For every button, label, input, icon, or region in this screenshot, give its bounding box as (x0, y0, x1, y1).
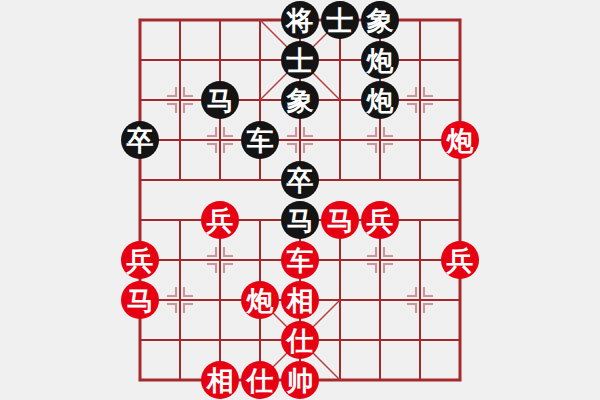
board-point: 炮 (240, 280, 280, 320)
board-point: 车 (240, 120, 280, 160)
piece-red-advisor[interactable]: 仕 (241, 361, 279, 399)
piece-black-advisor[interactable]: 士 (321, 1, 359, 39)
piece-red-elephant[interactable]: 相 (281, 281, 319, 319)
board-point: 象 (360, 0, 400, 40)
board-point: 兵 (120, 240, 160, 280)
piece-red-soldier[interactable]: 兵 (441, 241, 479, 279)
piece-black-elephant[interactable]: 象 (281, 81, 319, 119)
piece-red-chariot[interactable]: 车 (281, 241, 319, 279)
board-point: 马 (280, 200, 320, 240)
piece-black-elephant[interactable]: 象 (361, 1, 399, 39)
piece-black-horse[interactable]: 马 (281, 201, 319, 239)
piece-red-advisor[interactable]: 仕 (281, 321, 319, 359)
board-point: 帅 (280, 360, 320, 400)
board-point: 马 (200, 80, 240, 120)
piece-black-soldier[interactable]: 卒 (121, 121, 159, 159)
piece-black-chariot[interactable]: 车 (241, 121, 279, 159)
board-point: 炮 (360, 40, 400, 80)
piece-red-cannon[interactable]: 炮 (441, 121, 479, 159)
board-point: 士 (280, 40, 320, 80)
piece-black-general[interactable]: 将 (281, 1, 319, 39)
piece-red-horse[interactable]: 马 (121, 281, 159, 319)
board-point: 士 (320, 0, 360, 40)
piece-red-cannon[interactable]: 炮 (241, 281, 279, 319)
piece-black-horse[interactable]: 马 (201, 81, 239, 119)
board-point: 将 (280, 0, 320, 40)
piece-red-soldier[interactable]: 兵 (361, 201, 399, 239)
board-point: 象 (280, 80, 320, 120)
board-point: 卒 (120, 120, 160, 160)
board-point: 炮 (440, 120, 480, 160)
board-point: 马 (320, 200, 360, 240)
piece-black-cannon[interactable]: 炮 (361, 81, 399, 119)
app-background: 将士象士炮马象炮卒车炮卒兵马马兵兵车兵马炮相仕相仕帅 (0, 0, 600, 400)
piece-black-advisor[interactable]: 士 (281, 41, 319, 79)
board-point: 仕 (280, 320, 320, 360)
xiangqi-board[interactable]: 将士象士炮马象炮卒车炮卒兵马马兵兵车兵马炮相仕相仕帅 (120, 0, 480, 400)
board-point: 炮 (360, 80, 400, 120)
board-point: 马 (120, 280, 160, 320)
board-point: 兵 (440, 240, 480, 280)
board-point: 相 (280, 280, 320, 320)
piece-red-elephant[interactable]: 相 (201, 361, 239, 399)
board-point: 兵 (360, 200, 400, 240)
board-point: 相 (200, 360, 240, 400)
board-point: 仕 (240, 360, 280, 400)
board-point: 卒 (280, 160, 320, 200)
piece-red-soldier[interactable]: 兵 (121, 241, 159, 279)
piece-black-soldier[interactable]: 卒 (281, 161, 319, 199)
board-point: 车 (280, 240, 320, 280)
piece-red-horse[interactable]: 马 (321, 201, 359, 239)
piece-black-cannon[interactable]: 炮 (361, 41, 399, 79)
piece-red-king[interactable]: 帅 (281, 361, 319, 399)
piece-red-soldier[interactable]: 兵 (201, 201, 239, 239)
board-point: 兵 (200, 200, 240, 240)
